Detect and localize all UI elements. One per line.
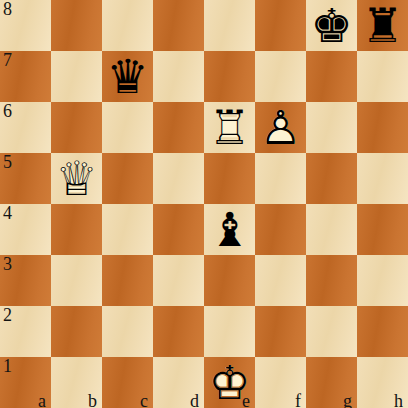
square-a7[interactable]: 7 [0,51,51,102]
rank-label-4: 4 [3,203,12,223]
rank-label-6: 6 [3,101,12,121]
rank-label-3: 3 [3,254,12,274]
white-rook-outline-glyph-icon: ♖ [204,102,255,153]
square-c8[interactable] [102,0,153,51]
square-a3[interactable]: 3 [0,255,51,306]
file-label-a: a [38,391,46,408]
piece-white-queen-b5[interactable]: ♛♕ [51,153,102,204]
square-g8[interactable]: ♚ [306,0,357,51]
chess-board: 8♚♜7♛6♜♖♟♙5♛♕4♝321abcde♚♔fgh [0,0,408,408]
square-e8[interactable] [204,0,255,51]
piece-black-queen-c7[interactable]: ♛ [102,51,153,102]
white-pawn-outline-glyph-icon: ♙ [255,102,306,153]
square-d5[interactable] [153,153,204,204]
piece-white-rook-e6[interactable]: ♜♖ [204,102,255,153]
square-f2[interactable] [255,306,306,357]
square-e6[interactable]: ♜♖ [204,102,255,153]
piece-black-king-g8[interactable]: ♚ [306,0,357,51]
square-b8[interactable] [51,0,102,51]
square-d3[interactable] [153,255,204,306]
square-c2[interactable] [102,306,153,357]
piece-white-pawn-f6[interactable]: ♟♙ [255,102,306,153]
square-a8[interactable]: 8 [0,0,51,51]
square-e1[interactable]: e♚♔ [204,357,255,408]
square-b7[interactable] [51,51,102,102]
square-a2[interactable]: 2 [0,306,51,357]
square-c7[interactable]: ♛ [102,51,153,102]
square-b5[interactable]: ♛♕ [51,153,102,204]
square-a6[interactable]: 6 [0,102,51,153]
square-f5[interactable] [255,153,306,204]
square-f7[interactable] [255,51,306,102]
square-c1[interactable]: c [102,357,153,408]
square-b2[interactable] [51,306,102,357]
black-rook-glyph-icon: ♜ [357,0,408,51]
square-b6[interactable] [51,102,102,153]
rank-label-1: 1 [3,356,12,376]
rank-label-7: 7 [3,50,12,70]
square-d1[interactable]: d [153,357,204,408]
piece-black-rook-h8[interactable]: ♜ [357,0,408,51]
square-f6[interactable]: ♟♙ [255,102,306,153]
file-label-g: g [343,391,352,408]
square-d7[interactable] [153,51,204,102]
square-h1[interactable]: h [357,357,408,408]
square-h4[interactable] [357,204,408,255]
file-label-b: b [88,391,97,408]
square-g3[interactable] [306,255,357,306]
square-e7[interactable] [204,51,255,102]
black-king-glyph-icon: ♚ [306,0,357,51]
square-f4[interactable] [255,204,306,255]
square-f3[interactable] [255,255,306,306]
square-h2[interactable] [357,306,408,357]
square-c4[interactable] [102,204,153,255]
square-a1[interactable]: 1a [0,357,51,408]
rank-label-5: 5 [3,152,12,172]
piece-black-bishop-e4[interactable]: ♝ [204,204,255,255]
rank-label-2: 2 [3,305,12,325]
file-label-c: c [140,391,148,408]
square-d6[interactable] [153,102,204,153]
square-h3[interactable] [357,255,408,306]
square-h6[interactable] [357,102,408,153]
square-f1[interactable]: f [255,357,306,408]
square-c6[interactable] [102,102,153,153]
square-a4[interactable]: 4 [0,204,51,255]
square-g5[interactable] [306,153,357,204]
black-queen-glyph-icon: ♛ [102,51,153,102]
square-e2[interactable] [204,306,255,357]
file-label-f: f [295,391,301,408]
white-queen-outline-glyph-icon: ♕ [51,153,102,204]
piece-white-king-e1[interactable]: ♚♔ [204,357,255,408]
file-label-d: d [190,391,199,408]
square-b3[interactable] [51,255,102,306]
square-e4[interactable]: ♝ [204,204,255,255]
square-g2[interactable] [306,306,357,357]
square-g7[interactable] [306,51,357,102]
square-e5[interactable] [204,153,255,204]
square-c3[interactable] [102,255,153,306]
square-d4[interactable] [153,204,204,255]
square-g4[interactable] [306,204,357,255]
square-d2[interactable] [153,306,204,357]
square-g1[interactable]: g [306,357,357,408]
square-b4[interactable] [51,204,102,255]
square-g6[interactable] [306,102,357,153]
file-label-h: h [394,391,403,408]
square-d8[interactable] [153,0,204,51]
square-f8[interactable] [255,0,306,51]
square-b1[interactable]: b [51,357,102,408]
square-a5[interactable]: 5 [0,153,51,204]
black-bishop-glyph-icon: ♝ [204,204,255,255]
square-e3[interactable] [204,255,255,306]
square-h5[interactable] [357,153,408,204]
rank-label-8: 8 [3,0,12,19]
white-king-outline-glyph-icon: ♔ [204,357,255,408]
square-c5[interactable] [102,153,153,204]
square-h8[interactable]: ♜ [357,0,408,51]
square-h7[interactable] [357,51,408,102]
